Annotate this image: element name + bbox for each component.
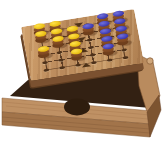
peg-hole	[58, 58, 64, 62]
peg-hole	[43, 68, 49, 72]
product-photo-scene	[0, 0, 163, 141]
peg-hole	[89, 53, 95, 57]
peg-hole	[87, 38, 93, 42]
tray-latch-knob	[147, 58, 153, 64]
peg-hole	[42, 61, 48, 65]
peg-hole	[91, 61, 97, 65]
tray-finger-notch	[64, 99, 90, 116]
peg-hole	[88, 46, 94, 50]
peg-hole	[56, 51, 62, 55]
peg-hole	[107, 58, 113, 62]
peg-hole	[121, 48, 127, 52]
peg-hole	[59, 66, 65, 70]
peg-hole	[122, 56, 128, 60]
peg-hole	[75, 63, 81, 67]
